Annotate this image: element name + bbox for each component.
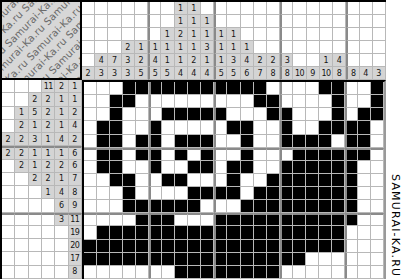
grid-cell[interactable] bbox=[84, 108, 97, 121]
grid-cell[interactable] bbox=[306, 266, 319, 279]
grid-cell[interactable] bbox=[254, 187, 267, 200]
grid-cell[interactable] bbox=[254, 200, 267, 213]
grid-cell[interactable] bbox=[345, 187, 358, 200]
grid-cell[interactable] bbox=[149, 240, 162, 253]
grid-cell[interactable] bbox=[214, 213, 227, 226]
grid-cell[interactable] bbox=[97, 135, 110, 148]
grid-cell[interactable] bbox=[267, 266, 280, 279]
grid-cell[interactable] bbox=[123, 108, 136, 121]
grid-cell[interactable] bbox=[241, 135, 254, 148]
grid-cell[interactable] bbox=[214, 108, 227, 121]
grid-cell[interactable] bbox=[345, 135, 358, 148]
grid-cell[interactable] bbox=[358, 240, 371, 253]
grid-cell[interactable] bbox=[175, 82, 188, 95]
grid-cell[interactable] bbox=[110, 226, 123, 239]
grid-cell[interactable] bbox=[149, 95, 162, 108]
grid-cell[interactable] bbox=[149, 213, 162, 226]
grid-cell[interactable] bbox=[241, 108, 254, 121]
grid-cell[interactable] bbox=[136, 213, 149, 226]
grid-cell[interactable] bbox=[371, 135, 384, 148]
grid-cell[interactable] bbox=[358, 226, 371, 239]
grid-cell[interactable] bbox=[332, 135, 345, 148]
grid-cell[interactable] bbox=[345, 108, 358, 121]
grid-cell[interactable] bbox=[188, 121, 201, 134]
grid-cell[interactable] bbox=[136, 187, 149, 200]
grid-cell[interactable] bbox=[97, 213, 110, 226]
grid-cell[interactable] bbox=[214, 240, 227, 253]
grid-cell[interactable] bbox=[280, 82, 293, 95]
grid-cell[interactable] bbox=[188, 187, 201, 200]
grid-cell[interactable] bbox=[188, 253, 201, 266]
grid-cell[interactable] bbox=[84, 174, 97, 187]
grid-cell[interactable] bbox=[188, 108, 201, 121]
grid-cell[interactable] bbox=[84, 121, 97, 134]
grid-cell[interactable] bbox=[227, 226, 240, 239]
grid-cell[interactable] bbox=[110, 135, 123, 148]
grid-cell[interactable] bbox=[214, 82, 227, 95]
grid-cell[interactable] bbox=[110, 161, 123, 174]
grid-cell[interactable] bbox=[254, 121, 267, 134]
grid-cell[interactable] bbox=[319, 161, 332, 174]
grid-cell[interactable] bbox=[345, 266, 358, 279]
grid-cell[interactable] bbox=[110, 266, 123, 279]
grid-cell[interactable] bbox=[345, 161, 358, 174]
grid-cell[interactable] bbox=[201, 161, 214, 174]
grid-cell[interactable] bbox=[123, 82, 136, 95]
grid-cell[interactable] bbox=[345, 148, 358, 161]
grid-cell[interactable] bbox=[110, 174, 123, 187]
grid-cell[interactable] bbox=[84, 148, 97, 161]
grid-cell[interactable] bbox=[293, 213, 306, 226]
grid-cell[interactable] bbox=[97, 253, 110, 266]
grid-cell[interactable] bbox=[332, 200, 345, 213]
grid-cell[interactable] bbox=[175, 253, 188, 266]
grid-cell[interactable] bbox=[306, 161, 319, 174]
grid-cell[interactable] bbox=[371, 121, 384, 134]
grid-cell[interactable] bbox=[175, 187, 188, 200]
grid-cell[interactable] bbox=[267, 213, 280, 226]
grid-cell[interactable] bbox=[306, 82, 319, 95]
grid-cell[interactable] bbox=[306, 174, 319, 187]
grid-cell[interactable] bbox=[188, 95, 201, 108]
grid-cell[interactable] bbox=[280, 187, 293, 200]
grid-cell[interactable] bbox=[188, 200, 201, 213]
grid-cell[interactable] bbox=[319, 148, 332, 161]
grid-cell[interactable] bbox=[214, 253, 227, 266]
grid-cell[interactable] bbox=[345, 213, 358, 226]
grid-cell[interactable] bbox=[136, 266, 149, 279]
grid-cell[interactable] bbox=[332, 253, 345, 266]
grid-cell[interactable] bbox=[175, 135, 188, 148]
grid-cell[interactable] bbox=[188, 213, 201, 226]
grid-cell[interactable] bbox=[123, 253, 136, 266]
grid-cell[interactable] bbox=[188, 148, 201, 161]
grid-cell[interactable] bbox=[175, 121, 188, 134]
grid-cell[interactable] bbox=[97, 82, 110, 95]
grid-cell[interactable] bbox=[293, 108, 306, 121]
grid-cell[interactable] bbox=[123, 148, 136, 161]
grid-cell[interactable] bbox=[241, 148, 254, 161]
grid-cell[interactable] bbox=[227, 266, 240, 279]
grid-cell[interactable] bbox=[214, 148, 227, 161]
grid-cell[interactable] bbox=[175, 148, 188, 161]
grid-cell[interactable] bbox=[267, 240, 280, 253]
grid-cell[interactable] bbox=[371, 253, 384, 266]
grid-cell[interactable] bbox=[319, 135, 332, 148]
grid-cell[interactable] bbox=[201, 108, 214, 121]
grid-cell[interactable] bbox=[371, 161, 384, 174]
grid-cell[interactable] bbox=[319, 108, 332, 121]
grid-cell[interactable] bbox=[149, 253, 162, 266]
grid-cell[interactable] bbox=[280, 121, 293, 134]
grid-cell[interactable] bbox=[227, 121, 240, 134]
grid-cell[interactable] bbox=[241, 253, 254, 266]
grid-cell[interactable] bbox=[241, 161, 254, 174]
grid-cell[interactable] bbox=[162, 161, 175, 174]
grid-cell[interactable] bbox=[267, 148, 280, 161]
grid-cell[interactable] bbox=[280, 135, 293, 148]
grid-cell[interactable] bbox=[162, 121, 175, 134]
grid-cell[interactable] bbox=[371, 213, 384, 226]
grid-cell[interactable] bbox=[267, 174, 280, 187]
grid-cell[interactable] bbox=[110, 187, 123, 200]
grid-cell[interactable] bbox=[319, 121, 332, 134]
grid-cell[interactable] bbox=[241, 213, 254, 226]
grid-cell[interactable] bbox=[162, 240, 175, 253]
grid-cell[interactable] bbox=[136, 161, 149, 174]
grid-cell[interactable] bbox=[162, 213, 175, 226]
grid-cell[interactable] bbox=[149, 187, 162, 200]
grid-cell[interactable] bbox=[267, 253, 280, 266]
grid-cell[interactable] bbox=[84, 200, 97, 213]
grid-cell[interactable] bbox=[136, 95, 149, 108]
grid-cell[interactable] bbox=[227, 200, 240, 213]
grid-cell[interactable] bbox=[371, 200, 384, 213]
grid-cell[interactable] bbox=[201, 121, 214, 134]
grid-cell[interactable] bbox=[97, 174, 110, 187]
grid-cell[interactable] bbox=[136, 200, 149, 213]
grid-cell[interactable] bbox=[201, 95, 214, 108]
grid-cell[interactable] bbox=[123, 187, 136, 200]
grid-cell[interactable] bbox=[97, 108, 110, 121]
grid-cell[interactable] bbox=[306, 200, 319, 213]
grid-cell[interactable] bbox=[332, 82, 345, 95]
grid-cell[interactable] bbox=[332, 266, 345, 279]
grid-cell[interactable] bbox=[175, 95, 188, 108]
grid-cell[interactable] bbox=[110, 200, 123, 213]
grid-cell[interactable] bbox=[332, 226, 345, 239]
grid-cell[interactable] bbox=[358, 213, 371, 226]
grid-cell[interactable] bbox=[123, 121, 136, 134]
grid-cell[interactable] bbox=[97, 148, 110, 161]
grid-cell[interactable] bbox=[306, 240, 319, 253]
grid-cell[interactable] bbox=[162, 200, 175, 213]
grid-cell[interactable] bbox=[371, 187, 384, 200]
grid-cell[interactable] bbox=[358, 174, 371, 187]
grid-cell[interactable] bbox=[241, 226, 254, 239]
grid-cell[interactable] bbox=[123, 200, 136, 213]
grid-cell[interactable] bbox=[371, 82, 384, 95]
grid-cell[interactable] bbox=[136, 148, 149, 161]
grid-cell[interactable] bbox=[254, 95, 267, 108]
grid-cell[interactable] bbox=[345, 95, 358, 108]
grid-cell[interactable] bbox=[254, 226, 267, 239]
grid-cell[interactable] bbox=[227, 213, 240, 226]
grid-cell[interactable] bbox=[319, 213, 332, 226]
grid-cell[interactable] bbox=[214, 135, 227, 148]
grid-cell[interactable] bbox=[319, 240, 332, 253]
grid-cell[interactable] bbox=[149, 82, 162, 95]
grid-cell[interactable] bbox=[214, 174, 227, 187]
grid-cell[interactable] bbox=[254, 161, 267, 174]
grid-cell[interactable] bbox=[188, 135, 201, 148]
grid-cell[interactable] bbox=[97, 187, 110, 200]
grid-cell[interactable] bbox=[149, 226, 162, 239]
grid-cell[interactable] bbox=[136, 108, 149, 121]
grid-cell[interactable] bbox=[332, 174, 345, 187]
grid-cell[interactable] bbox=[358, 161, 371, 174]
grid-cell[interactable] bbox=[241, 82, 254, 95]
grid-cell[interactable] bbox=[332, 213, 345, 226]
grid-cell[interactable] bbox=[241, 95, 254, 108]
grid-cell[interactable] bbox=[214, 95, 227, 108]
grid-cell[interactable] bbox=[306, 95, 319, 108]
grid-cell[interactable] bbox=[306, 121, 319, 134]
grid-cell[interactable] bbox=[293, 121, 306, 134]
grid-cell[interactable] bbox=[162, 108, 175, 121]
grid-cell[interactable] bbox=[345, 240, 358, 253]
grid-cell[interactable] bbox=[293, 135, 306, 148]
grid-cell[interactable] bbox=[110, 121, 123, 134]
grid-cell[interactable] bbox=[371, 240, 384, 253]
grid-cell[interactable] bbox=[280, 266, 293, 279]
grid-cell[interactable] bbox=[280, 174, 293, 187]
grid-cell[interactable] bbox=[254, 82, 267, 95]
grid-cell[interactable] bbox=[123, 240, 136, 253]
grid-cell[interactable] bbox=[162, 253, 175, 266]
grid-cell[interactable] bbox=[175, 200, 188, 213]
grid-cell[interactable] bbox=[110, 148, 123, 161]
grid-cell[interactable] bbox=[227, 240, 240, 253]
grid-cell[interactable] bbox=[162, 187, 175, 200]
grid-cell[interactable] bbox=[267, 108, 280, 121]
grid-cell[interactable] bbox=[227, 148, 240, 161]
grid-cell[interactable] bbox=[123, 135, 136, 148]
grid-cell[interactable] bbox=[110, 240, 123, 253]
grid-cell[interactable] bbox=[345, 253, 358, 266]
grid-cell[interactable] bbox=[293, 82, 306, 95]
grid-cell[interactable] bbox=[97, 200, 110, 213]
grid-cell[interactable] bbox=[149, 266, 162, 279]
grid-cell[interactable] bbox=[123, 95, 136, 108]
grid-cell[interactable] bbox=[227, 135, 240, 148]
grid-cell[interactable] bbox=[358, 200, 371, 213]
grid-cell[interactable] bbox=[188, 266, 201, 279]
grid-cell[interactable] bbox=[84, 253, 97, 266]
grid-cell[interactable] bbox=[123, 213, 136, 226]
grid-cell[interactable] bbox=[97, 161, 110, 174]
grid-cell[interactable] bbox=[201, 187, 214, 200]
grid-cell[interactable] bbox=[332, 108, 345, 121]
grid-cell[interactable] bbox=[175, 226, 188, 239]
grid-cell[interactable] bbox=[371, 266, 384, 279]
grid-cell[interactable] bbox=[136, 121, 149, 134]
grid-cell[interactable] bbox=[162, 135, 175, 148]
grid-cell[interactable] bbox=[175, 240, 188, 253]
grid-cell[interactable] bbox=[319, 82, 332, 95]
grid-cell[interactable] bbox=[241, 174, 254, 187]
grid-cell[interactable] bbox=[306, 253, 319, 266]
grid-cell[interactable] bbox=[162, 148, 175, 161]
grid-cell[interactable] bbox=[267, 82, 280, 95]
grid-cell[interactable] bbox=[97, 266, 110, 279]
grid-cell[interactable] bbox=[175, 266, 188, 279]
grid-cell[interactable] bbox=[306, 213, 319, 226]
grid-cell[interactable] bbox=[110, 82, 123, 95]
grid-cell[interactable] bbox=[84, 135, 97, 148]
grid-cell[interactable] bbox=[280, 200, 293, 213]
grid-cell[interactable] bbox=[149, 148, 162, 161]
grid-cell[interactable] bbox=[267, 226, 280, 239]
grid-cell[interactable] bbox=[149, 200, 162, 213]
grid-cell[interactable] bbox=[188, 174, 201, 187]
grid-cell[interactable] bbox=[293, 266, 306, 279]
grid-cell[interactable] bbox=[136, 82, 149, 95]
grid-cell[interactable] bbox=[306, 108, 319, 121]
grid-cell[interactable] bbox=[293, 253, 306, 266]
grid-cell[interactable] bbox=[319, 226, 332, 239]
grid-cell[interactable] bbox=[214, 161, 227, 174]
grid-cell[interactable] bbox=[123, 174, 136, 187]
grid-cell[interactable] bbox=[280, 161, 293, 174]
grid-cell[interactable] bbox=[293, 148, 306, 161]
grid-cell[interactable] bbox=[267, 135, 280, 148]
grid-cell[interactable] bbox=[136, 174, 149, 187]
grid-cell[interactable] bbox=[280, 148, 293, 161]
grid-cell[interactable] bbox=[149, 174, 162, 187]
grid-cell[interactable] bbox=[227, 187, 240, 200]
grid-cell[interactable] bbox=[267, 200, 280, 213]
grid-cell[interactable] bbox=[293, 187, 306, 200]
grid-cell[interactable] bbox=[136, 135, 149, 148]
grid-cell[interactable] bbox=[110, 95, 123, 108]
grid-cell[interactable] bbox=[175, 161, 188, 174]
grid-cell[interactable] bbox=[306, 148, 319, 161]
grid-cell[interactable] bbox=[345, 82, 358, 95]
grid-cell[interactable] bbox=[84, 161, 97, 174]
grid-cell[interactable] bbox=[214, 187, 227, 200]
grid-cell[interactable] bbox=[201, 226, 214, 239]
grid-cell[interactable] bbox=[175, 108, 188, 121]
grid-cell[interactable] bbox=[254, 240, 267, 253]
grid-cell[interactable] bbox=[358, 266, 371, 279]
grid-cell[interactable] bbox=[319, 253, 332, 266]
grid-cell[interactable] bbox=[293, 200, 306, 213]
grid-cell[interactable] bbox=[267, 187, 280, 200]
grid-cell[interactable] bbox=[162, 226, 175, 239]
grid-cell[interactable] bbox=[280, 108, 293, 121]
grid-cell[interactable] bbox=[227, 161, 240, 174]
grid-cell[interactable] bbox=[123, 266, 136, 279]
grid-cell[interactable] bbox=[214, 226, 227, 239]
grid-cell[interactable] bbox=[110, 253, 123, 266]
grid-cell[interactable] bbox=[241, 121, 254, 134]
grid-cell[interactable] bbox=[267, 121, 280, 134]
grid-cell[interactable] bbox=[254, 174, 267, 187]
grid-cell[interactable] bbox=[227, 82, 240, 95]
grid-cell[interactable] bbox=[371, 174, 384, 187]
grid-cell[interactable] bbox=[201, 135, 214, 148]
grid-cell[interactable] bbox=[371, 226, 384, 239]
grid-cell[interactable] bbox=[162, 82, 175, 95]
grid-cell[interactable] bbox=[149, 161, 162, 174]
grid-cell[interactable] bbox=[175, 174, 188, 187]
grid-cell[interactable] bbox=[254, 253, 267, 266]
grid-cell[interactable] bbox=[241, 266, 254, 279]
grid-cell[interactable] bbox=[358, 95, 371, 108]
grid-cell[interactable] bbox=[241, 240, 254, 253]
grid-cell[interactable] bbox=[136, 253, 149, 266]
grid-cell[interactable] bbox=[227, 95, 240, 108]
grid-cell[interactable] bbox=[332, 161, 345, 174]
grid-cell[interactable] bbox=[188, 240, 201, 253]
grid-cell[interactable] bbox=[188, 161, 201, 174]
grid-cell[interactable] bbox=[136, 226, 149, 239]
grid-cell[interactable] bbox=[293, 240, 306, 253]
grid-cell[interactable] bbox=[293, 174, 306, 187]
grid-cell[interactable] bbox=[97, 240, 110, 253]
grid-cell[interactable] bbox=[162, 266, 175, 279]
grid-cell[interactable] bbox=[175, 213, 188, 226]
grid-cell[interactable] bbox=[332, 148, 345, 161]
grid-cell[interactable] bbox=[97, 121, 110, 134]
grid-cell[interactable] bbox=[358, 121, 371, 134]
grid-cell[interactable] bbox=[332, 95, 345, 108]
grid-cell[interactable] bbox=[214, 200, 227, 213]
grid-cell[interactable] bbox=[149, 121, 162, 134]
grid-cell[interactable] bbox=[110, 213, 123, 226]
grid-cell[interactable] bbox=[306, 187, 319, 200]
grid-cell[interactable] bbox=[149, 135, 162, 148]
grid-cell[interactable] bbox=[280, 213, 293, 226]
grid-cell[interactable] bbox=[97, 226, 110, 239]
grid-cell[interactable] bbox=[254, 108, 267, 121]
grid-cell[interactable] bbox=[136, 240, 149, 253]
grid-cell[interactable] bbox=[201, 266, 214, 279]
grid-cell[interactable] bbox=[293, 226, 306, 239]
grid-cell[interactable] bbox=[319, 187, 332, 200]
grid-cell[interactable] bbox=[188, 226, 201, 239]
grid-cell[interactable] bbox=[110, 108, 123, 121]
grid-cell[interactable] bbox=[280, 226, 293, 239]
grid-cell[interactable] bbox=[227, 174, 240, 187]
grid-cell[interactable] bbox=[84, 187, 97, 200]
grid-cell[interactable] bbox=[201, 174, 214, 187]
grid-cell[interactable] bbox=[188, 82, 201, 95]
grid-cell[interactable] bbox=[241, 200, 254, 213]
grid-cell[interactable] bbox=[227, 108, 240, 121]
grid-cell[interactable] bbox=[371, 108, 384, 121]
grid-cell[interactable] bbox=[227, 253, 240, 266]
grid-cell[interactable] bbox=[201, 240, 214, 253]
grid-cell[interactable] bbox=[358, 148, 371, 161]
grid-cell[interactable] bbox=[201, 213, 214, 226]
grid-cell[interactable] bbox=[280, 253, 293, 266]
grid-cell[interactable] bbox=[254, 213, 267, 226]
grid-cell[interactable] bbox=[345, 226, 358, 239]
grid-cell[interactable] bbox=[254, 148, 267, 161]
grid-cell[interactable] bbox=[201, 82, 214, 95]
